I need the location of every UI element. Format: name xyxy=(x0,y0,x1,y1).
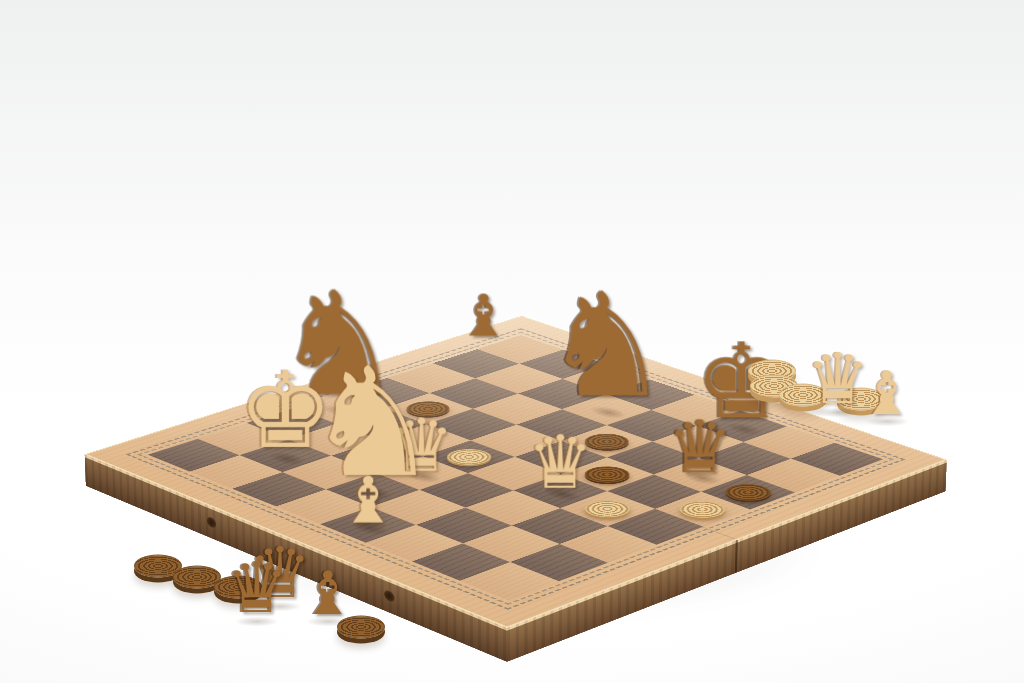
dark-khon-glyph: ♝ xyxy=(301,563,355,623)
board-fold-seam-side xyxy=(735,540,738,574)
latch-hole-icon xyxy=(207,516,217,529)
dark-queen-glyph: ♛ xyxy=(226,553,289,623)
dark-khon-glyph: ♝ xyxy=(458,287,510,344)
dark-queen-glyph: ♛ xyxy=(667,410,732,483)
captured-dark-pawn-disc[interactable] xyxy=(361,627,409,650)
square-g6[interactable]: ♛ xyxy=(654,458,747,492)
dark-knight-glyph: ♞ xyxy=(542,274,671,418)
photo-scene: ♚♞♛♞♛♛♚♞♝ ♝ ♛♝ ♛♛♝ xyxy=(0,0,1024,683)
light-khon-glyph: ♝ xyxy=(860,363,914,423)
light-khon-glyph: ♝ xyxy=(339,468,397,533)
latch-hole-icon xyxy=(384,589,394,603)
dark-pawn-disc xyxy=(337,616,385,639)
light-queen-glyph: ♛ xyxy=(527,426,593,499)
